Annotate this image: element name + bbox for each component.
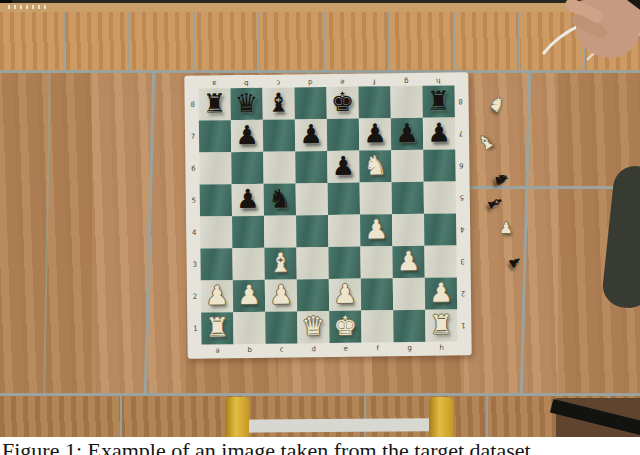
paper-figure: abcdefgh abcdefgh 87654321 87654321 ♜♛♝♚… [0, 0, 640, 455]
square-g1 [393, 310, 425, 342]
coord-label: a [198, 77, 230, 87]
coord-label: 7 [456, 117, 466, 149]
yellow-chair-leg [429, 397, 453, 437]
figure-caption: Figure 1: Example of an image taken from… [0, 437, 640, 455]
coord-label: b [234, 346, 266, 356]
square-a4 [200, 216, 232, 248]
square-d7 [295, 119, 327, 151]
square-e2 [329, 279, 361, 311]
photo-chessboard-overhead: abcdefgh abcdefgh 87654321 87654321 ♜♛♝♚… [0, 0, 640, 437]
square-c2 [265, 279, 297, 311]
square-f4 [360, 214, 392, 246]
coord-label: 5 [457, 181, 467, 213]
square-e3 [328, 247, 360, 279]
square-h5 [424, 181, 456, 213]
square-c8 [262, 87, 294, 119]
coord-label: c [266, 345, 298, 355]
square-b3 [232, 248, 264, 280]
square-e5 [328, 183, 360, 215]
square-d1 [297, 311, 329, 343]
coord-label: 4 [457, 213, 467, 245]
square-f5 [360, 182, 392, 214]
square-h3 [424, 245, 456, 277]
square-b6 [231, 152, 263, 184]
coord-label: h [422, 74, 454, 84]
square-d6 [295, 151, 327, 183]
coord-label: 7 [188, 121, 198, 153]
coord-label: d [294, 76, 326, 86]
square-b7 [231, 120, 263, 152]
square-e1 [329, 311, 361, 343]
square-b4 [232, 216, 264, 248]
paper-edge [247, 418, 431, 432]
square-a8 [198, 88, 230, 120]
square-c7 [263, 119, 295, 151]
square-a6 [199, 152, 231, 184]
square-b2 [233, 280, 265, 312]
square-d5 [296, 183, 328, 215]
square-b5 [232, 184, 264, 216]
square-a5 [200, 184, 232, 216]
chess-board [198, 85, 457, 344]
coord-label: 3 [189, 249, 199, 281]
square-b8 [230, 88, 262, 120]
yellow-chair-leg [225, 397, 249, 437]
coord-label: 2 [190, 281, 200, 313]
coord-label: 8 [187, 89, 197, 121]
square-g2 [393, 278, 425, 310]
coord-label: h [426, 343, 458, 353]
coord-label: 4 [189, 217, 199, 249]
square-e8 [326, 87, 358, 119]
square-d3 [296, 247, 328, 279]
file-labels-bottom: abcdefgh [202, 343, 458, 356]
square-c1 [265, 311, 297, 343]
tile-joint [0, 70, 640, 73]
coord-label: d [298, 345, 330, 355]
square-e4 [328, 215, 360, 247]
square-d2 [297, 279, 329, 311]
coord-label: a [202, 346, 234, 356]
coord-label: 8 [455, 85, 465, 117]
square-c3 [264, 247, 296, 279]
square-h7 [423, 117, 455, 149]
coord-label: 1 [458, 309, 468, 341]
square-h6 [423, 149, 455, 181]
square-a7 [199, 120, 231, 152]
coord-label: f [362, 344, 394, 354]
square-d4 [296, 215, 328, 247]
coord-label: b [230, 77, 262, 87]
square-b1 [233, 312, 265, 344]
black-strap [550, 399, 640, 437]
person-leg-corner [556, 398, 640, 437]
rank-labels-right: 87654321 [455, 85, 468, 341]
chess-mat: abcdefgh abcdefgh 87654321 87654321 ♜♛♝♚… [184, 72, 471, 358]
square-f1 [361, 310, 393, 342]
coord-label: f [358, 75, 390, 85]
coord-label: g [390, 75, 422, 85]
square-h8 [422, 85, 454, 117]
coord-label: 3 [457, 245, 467, 277]
square-h4 [424, 213, 456, 245]
coord-label: c [262, 76, 294, 86]
square-e6 [327, 151, 359, 183]
square-c4 [264, 215, 296, 247]
square-g5 [392, 182, 424, 214]
square-h2 [425, 277, 457, 309]
square-f7 [359, 118, 391, 150]
square-h1 [425, 309, 457, 341]
person-hand [558, 0, 640, 68]
tiny-label-marks [8, 5, 50, 9]
coord-label: e [326, 76, 358, 86]
square-g8 [390, 86, 422, 118]
square-c6 [263, 151, 295, 183]
square-e7 [327, 119, 359, 151]
coord-label: 5 [189, 185, 199, 217]
square-g7 [391, 118, 423, 150]
coord-label: 2 [458, 277, 468, 309]
square-g4 [392, 214, 424, 246]
square-f3 [360, 246, 392, 278]
square-f2 [361, 278, 393, 310]
coord-label: g [394, 344, 426, 354]
square-c5 [264, 183, 296, 215]
square-a3 [200, 248, 232, 280]
coord-label: e [330, 345, 362, 355]
square-f8 [358, 86, 390, 118]
square-g3 [392, 246, 424, 278]
figure-caption-text: Figure 1: Example of an image taken from… [2, 438, 640, 455]
square-d8 [294, 87, 326, 119]
square-f6 [359, 150, 391, 182]
coord-label: 6 [456, 149, 466, 181]
square-a2 [201, 280, 233, 312]
square-g6 [391, 150, 423, 182]
coord-label: 6 [188, 153, 198, 185]
coord-label: 1 [190, 313, 200, 345]
square-a1 [201, 312, 233, 344]
